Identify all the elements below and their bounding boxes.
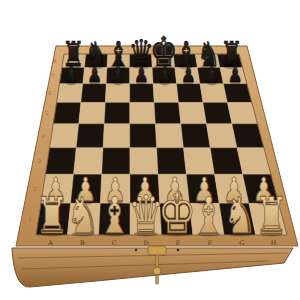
clasp-pin bbox=[156, 275, 158, 284]
piece-black-pawn-g7[interactable]: ♟ bbox=[204, 61, 219, 87]
piece-black-pawn-f7[interactable]: ♟ bbox=[181, 61, 196, 87]
latch-screw bbox=[135, 249, 138, 252]
clasp-knob bbox=[153, 267, 161, 275]
rank-label-3: 3 bbox=[38, 158, 41, 164]
piece-white-knight-g1[interactable]: ♞ bbox=[223, 187, 257, 244]
square-f5[interactable] bbox=[179, 103, 207, 124]
latch-screw bbox=[177, 249, 180, 252]
square-d4[interactable] bbox=[130, 124, 157, 148]
square-g4[interactable] bbox=[206, 124, 237, 148]
square-a5[interactable] bbox=[53, 103, 81, 124]
square-e5[interactable] bbox=[154, 103, 181, 124]
rank-label-4: 4 bbox=[42, 133, 45, 139]
rank-label-7: 7 bbox=[51, 73, 54, 79]
square-a4[interactable] bbox=[49, 124, 78, 148]
square-e4[interactable] bbox=[155, 124, 183, 148]
square-g5[interactable] bbox=[203, 103, 232, 124]
square-f4[interactable] bbox=[181, 124, 210, 148]
piece-black-pawn-e7[interactable]: ♟ bbox=[157, 61, 172, 87]
square-b4[interactable] bbox=[76, 124, 104, 148]
rank-label-8: 8 bbox=[53, 58, 56, 64]
piece-white-rook-a1[interactable]: ♜ bbox=[35, 187, 69, 244]
piece-black-pawn-d7[interactable]: ♟ bbox=[134, 61, 149, 87]
rank-label-1: 1 bbox=[29, 216, 32, 222]
chess-set-scene: ABCDEFGH87654321♜♞♝♛♚♝♞♜♟♟♟♟♟♟♟♟♟♟♟♟♟♟♟♟… bbox=[0, 0, 300, 300]
rank-label-6: 6 bbox=[48, 90, 51, 96]
square-c5[interactable] bbox=[104, 103, 130, 124]
piece-black-pawn-a7[interactable]: ♟ bbox=[63, 61, 78, 87]
piece-black-pawn-h7[interactable]: ♟ bbox=[228, 61, 243, 87]
chess-board-photo: ABCDEFGH87654321♜♞♝♛♚♝♞♜♟♟♟♟♟♟♟♟♟♟♟♟♟♟♟♟… bbox=[0, 0, 300, 300]
clasp-plate bbox=[148, 246, 166, 255]
piece-white-rook-h1[interactable]: ♜ bbox=[254, 187, 288, 244]
square-b5[interactable] bbox=[79, 103, 106, 124]
clasp-stem bbox=[156, 255, 159, 267]
rank-label-5: 5 bbox=[45, 110, 48, 116]
piece-black-pawn-b7[interactable]: ♟ bbox=[87, 61, 102, 87]
piece-black-pawn-c7[interactable]: ♟ bbox=[110, 61, 125, 87]
piece-white-knight-b1[interactable]: ♞ bbox=[66, 187, 100, 244]
piece-white-bishop-c1[interactable]: ♝ bbox=[97, 187, 131, 244]
square-d5[interactable] bbox=[130, 103, 156, 124]
square-c4[interactable] bbox=[103, 124, 130, 148]
piece-white-bishop-f1[interactable]: ♝ bbox=[192, 187, 226, 244]
